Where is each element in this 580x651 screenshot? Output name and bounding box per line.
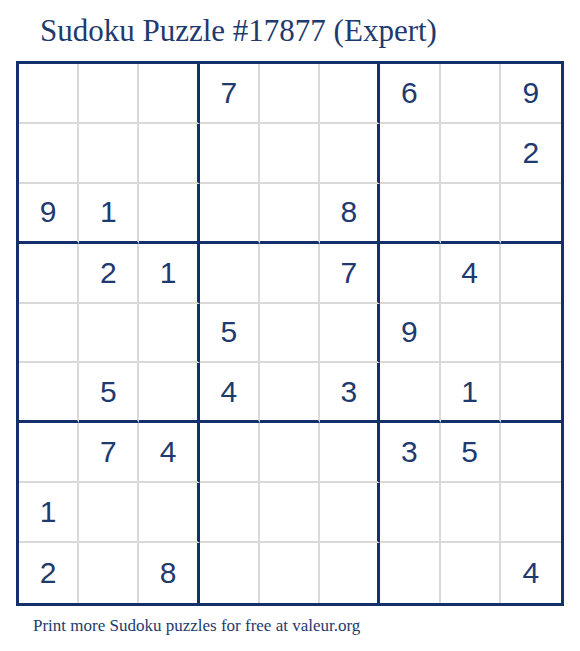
sudoku-page: Sudoku Puzzle #17877 (Expert) 7692918217… xyxy=(0,0,580,651)
cell-r7c1[interactable] xyxy=(19,423,79,483)
cell-r9c3[interactable]: 8 xyxy=(139,543,199,603)
page-title: Sudoku Puzzle #17877 (Expert) xyxy=(40,13,437,49)
cell-r9c4[interactable] xyxy=(200,543,260,603)
cell-r1c2[interactable] xyxy=(79,64,139,124)
cell-r3c4[interactable] xyxy=(200,184,260,244)
cell-r6c3[interactable] xyxy=(139,363,199,423)
cell-r9c7[interactable] xyxy=(380,543,440,603)
cell-r4c5[interactable] xyxy=(260,244,320,304)
cell-r2c6[interactable] xyxy=(320,124,380,184)
cell-r5c5[interactable] xyxy=(260,304,320,364)
cell-r8c8[interactable] xyxy=(441,483,501,543)
cell-r3c7[interactable] xyxy=(380,184,440,244)
cell-r7c2[interactable]: 7 xyxy=(79,423,139,483)
cell-r8c5[interactable] xyxy=(260,483,320,543)
cell-r4c2[interactable]: 2 xyxy=(79,244,139,304)
cell-r6c5[interactable] xyxy=(260,363,320,423)
cell-r7c7[interactable]: 3 xyxy=(380,423,440,483)
cell-r2c5[interactable] xyxy=(260,124,320,184)
cell-r1c5[interactable] xyxy=(260,64,320,124)
cell-r4c4[interactable] xyxy=(200,244,260,304)
cell-r5c4[interactable]: 5 xyxy=(200,304,260,364)
cell-r7c8[interactable]: 5 xyxy=(441,423,501,483)
cell-r4c9[interactable] xyxy=(501,244,561,304)
cell-r9c8[interactable] xyxy=(441,543,501,603)
cell-r9c1[interactable]: 2 xyxy=(19,543,79,603)
cell-r5c2[interactable] xyxy=(79,304,139,364)
cell-r5c1[interactable] xyxy=(19,304,79,364)
cell-r3c8[interactable] xyxy=(441,184,501,244)
cell-r6c6[interactable]: 3 xyxy=(320,363,380,423)
cell-r5c3[interactable] xyxy=(139,304,199,364)
cell-r3c2[interactable]: 1 xyxy=(79,184,139,244)
cell-r3c9[interactable] xyxy=(501,184,561,244)
cell-r9c9[interactable]: 4 xyxy=(501,543,561,603)
cell-r2c3[interactable] xyxy=(139,124,199,184)
cell-r1c3[interactable] xyxy=(139,64,199,124)
sudoku-board: 7692918217459543174351284 xyxy=(16,61,564,606)
cell-r2c9[interactable]: 2 xyxy=(501,124,561,184)
cell-r7c3[interactable]: 4 xyxy=(139,423,199,483)
cell-r1c9[interactable]: 9 xyxy=(501,64,561,124)
cell-r7c4[interactable] xyxy=(200,423,260,483)
cell-r2c1[interactable] xyxy=(19,124,79,184)
cell-r4c6[interactable]: 7 xyxy=(320,244,380,304)
cell-r6c4[interactable]: 4 xyxy=(200,363,260,423)
cell-r3c5[interactable] xyxy=(260,184,320,244)
cell-r3c3[interactable] xyxy=(139,184,199,244)
cell-r5c8[interactable] xyxy=(441,304,501,364)
cell-r3c1[interactable]: 9 xyxy=(19,184,79,244)
cell-r1c7[interactable]: 6 xyxy=(380,64,440,124)
cell-r1c6[interactable] xyxy=(320,64,380,124)
cell-r8c3[interactable] xyxy=(139,483,199,543)
cell-r4c7[interactable] xyxy=(380,244,440,304)
cell-r2c7[interactable] xyxy=(380,124,440,184)
cell-r9c5[interactable] xyxy=(260,543,320,603)
cell-r8c4[interactable] xyxy=(200,483,260,543)
cell-r2c2[interactable] xyxy=(79,124,139,184)
cell-r4c8[interactable]: 4 xyxy=(441,244,501,304)
cell-r6c2[interactable]: 5 xyxy=(79,363,139,423)
cell-r1c8[interactable] xyxy=(441,64,501,124)
cell-r2c4[interactable] xyxy=(200,124,260,184)
cell-r6c7[interactable] xyxy=(380,363,440,423)
cell-r1c1[interactable] xyxy=(19,64,79,124)
cell-r7c5[interactable] xyxy=(260,423,320,483)
cell-r8c6[interactable] xyxy=(320,483,380,543)
cell-r9c2[interactable] xyxy=(79,543,139,603)
cell-r5c7[interactable]: 9 xyxy=(380,304,440,364)
cell-r3c6[interactable]: 8 xyxy=(320,184,380,244)
cell-r6c9[interactable] xyxy=(501,363,561,423)
footer-text: Print more Sudoku puzzles for free at va… xyxy=(33,615,360,637)
cell-r6c8[interactable]: 1 xyxy=(441,363,501,423)
cell-r5c9[interactable] xyxy=(501,304,561,364)
cell-r7c9[interactable] xyxy=(501,423,561,483)
cell-r8c7[interactable] xyxy=(380,483,440,543)
cell-r1c4[interactable]: 7 xyxy=(200,64,260,124)
cell-r8c1[interactable]: 1 xyxy=(19,483,79,543)
cell-r5c6[interactable] xyxy=(320,304,380,364)
cell-r8c9[interactable] xyxy=(501,483,561,543)
cell-r4c1[interactable] xyxy=(19,244,79,304)
cell-r7c6[interactable] xyxy=(320,423,380,483)
cell-r6c1[interactable] xyxy=(19,363,79,423)
cell-r2c8[interactable] xyxy=(441,124,501,184)
cell-r8c2[interactable] xyxy=(79,483,139,543)
cell-r9c6[interactable] xyxy=(320,543,380,603)
cell-r4c3[interactable]: 1 xyxy=(139,244,199,304)
